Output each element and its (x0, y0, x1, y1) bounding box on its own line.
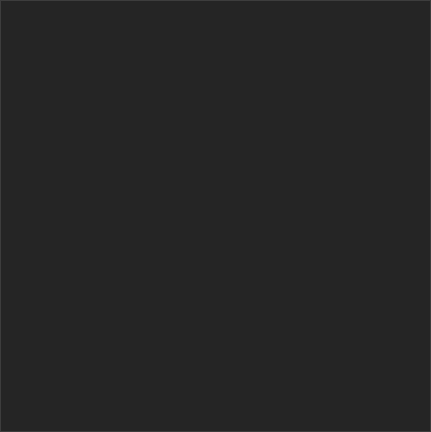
chess-board-frame (0, 0, 431, 432)
chess-board (7, 7, 423, 423)
